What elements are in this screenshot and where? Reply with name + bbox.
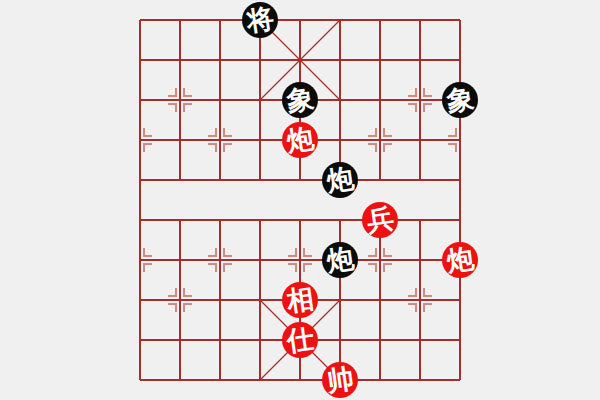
board-point: 象 xyxy=(440,80,480,120)
piece-black-elephant-2[interactable]: 象 xyxy=(442,82,478,118)
piece-black-general[interactable]: 将 xyxy=(242,2,278,38)
board-point: 将 xyxy=(240,0,280,40)
board-point: 帅 xyxy=(320,360,360,400)
board-point: 相 xyxy=(280,280,320,320)
piece-label: 兵 xyxy=(365,205,395,235)
board-point: 象 xyxy=(280,80,320,120)
board-point: 炮 xyxy=(280,120,320,160)
piece-black-cannon-1[interactable]: 炮 xyxy=(322,162,358,198)
piece-red-advisor[interactable]: 仕 xyxy=(282,322,318,358)
piece-black-elephant-1[interactable]: 象 xyxy=(282,82,318,118)
piece-label: 炮 xyxy=(285,125,315,155)
board-point: 兵 xyxy=(360,200,400,240)
piece-label: 炮 xyxy=(445,245,475,275)
piece-grid: 将象象炮炮兵炮炮相仕帅 xyxy=(120,0,480,400)
piece-label: 仕 xyxy=(285,325,315,355)
board-point: 炮 xyxy=(320,240,360,280)
board-point: 炮 xyxy=(440,240,480,280)
xiangqi-screenshot: 将象象炮炮兵炮炮相仕帅 xyxy=(0,0,600,400)
piece-label: 象 xyxy=(285,85,315,115)
board-point: 仕 xyxy=(280,320,320,360)
piece-red-cannon-2[interactable]: 炮 xyxy=(442,242,478,278)
board-point: 炮 xyxy=(320,160,360,200)
piece-label: 相 xyxy=(285,285,315,315)
piece-red-elephant[interactable]: 相 xyxy=(282,282,318,318)
piece-label: 炮 xyxy=(325,165,355,195)
piece-label: 帅 xyxy=(325,365,355,395)
piece-label: 炮 xyxy=(325,245,355,275)
piece-label: 象 xyxy=(445,85,475,115)
piece-black-cannon-2[interactable]: 炮 xyxy=(322,242,358,278)
xiangqi-board[interactable]: 将象象炮炮兵炮炮相仕帅 xyxy=(0,0,600,400)
piece-red-soldier[interactable]: 兵 xyxy=(362,202,398,238)
piece-red-general[interactable]: 帅 xyxy=(322,362,358,398)
piece-label: 将 xyxy=(245,5,275,35)
piece-red-cannon-1[interactable]: 炮 xyxy=(282,122,318,158)
